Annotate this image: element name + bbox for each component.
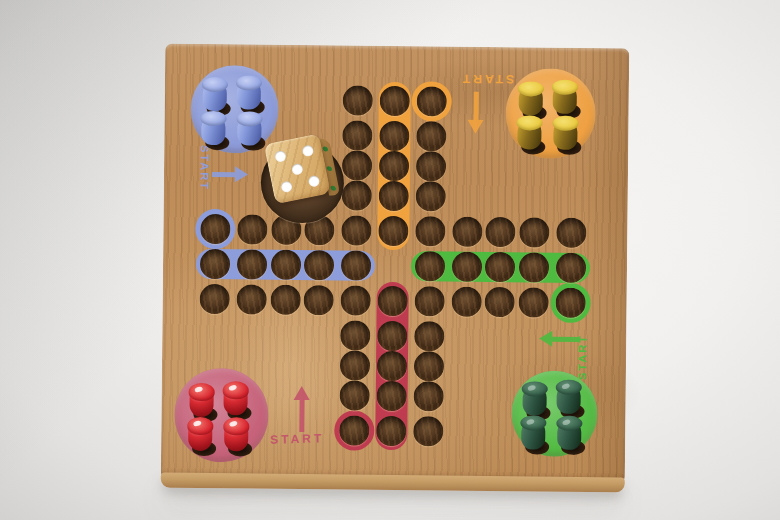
yellow-start-arrow-icon	[467, 92, 483, 136]
die-side-pip	[322, 147, 328, 152]
track-hole-r8c5[interactable]	[340, 320, 370, 350]
track-hole-r5c5[interactable]	[341, 215, 371, 245]
photo-background: START START START START	[0, 0, 780, 520]
die-side-pip	[330, 185, 336, 190]
track-hole-r7c7[interactable]	[414, 286, 444, 316]
track-hole-r6c8[interactable]	[452, 252, 482, 282]
track-hole-r7c10[interactable]	[519, 287, 549, 317]
track-hole-r5c1[interactable]	[200, 214, 230, 244]
track-hole-r6c11[interactable]	[556, 253, 586, 283]
die-pip	[291, 162, 304, 175]
die-pip	[274, 150, 287, 163]
yellow-start-label: START	[448, 72, 526, 87]
track-hole-r6c7[interactable]	[415, 251, 445, 281]
track-hole-r9c6[interactable]	[377, 351, 407, 381]
board-face: START START START START	[161, 44, 629, 481]
blue-peg-4[interactable]	[234, 111, 264, 153]
track-hole-r7c8[interactable]	[451, 287, 481, 317]
track-hole-r3c7[interactable]	[416, 151, 446, 181]
track-hole-r4c7[interactable]	[415, 181, 445, 211]
yellow-peg-4[interactable]	[550, 116, 580, 158]
die-pip	[301, 145, 314, 158]
track-hole-r7c6[interactable]	[377, 286, 407, 316]
track-hole-r7c9[interactable]	[485, 287, 515, 317]
track-hole-r2c7[interactable]	[416, 121, 446, 151]
track-hole-r7c1[interactable]	[200, 284, 230, 314]
track-hole-r10c5[interactable]	[340, 380, 370, 410]
track-hole-r8c6[interactable]	[377, 321, 407, 351]
track-hole-r8c7[interactable]	[414, 321, 444, 351]
blue-start-label: START	[194, 145, 212, 215]
track-hole-r5c6[interactable]	[378, 216, 408, 246]
track-hole-r1c5[interactable]	[343, 85, 373, 115]
track-hole-r5c8[interactable]	[452, 217, 482, 247]
track-hole-r5c11[interactable]	[556, 218, 586, 248]
green-peg-4[interactable]	[554, 416, 584, 458]
track-hole-r2c6[interactable]	[379, 121, 409, 151]
die-side-pip	[326, 166, 332, 171]
track-hole-r7c4[interactable]	[304, 285, 334, 315]
track-hole-r4c5[interactable]	[342, 180, 372, 210]
red-peg-4[interactable]	[221, 417, 251, 459]
ludo-board: START START START START	[161, 44, 630, 493]
track-hole-r7c3[interactable]	[270, 285, 300, 315]
track-hole-r10c7[interactable]	[413, 381, 443, 411]
track-hole-r9c5[interactable]	[340, 350, 370, 380]
green-peg-3[interactable]	[518, 415, 548, 457]
red-start-arrow-icon	[293, 386, 310, 436]
track-hole-r5c2[interactable]	[237, 214, 267, 244]
track-hole-r10c6[interactable]	[376, 381, 406, 411]
track-hole-r6c3[interactable]	[270, 250, 300, 280]
track-hole-r3c6[interactable]	[379, 151, 409, 181]
die-pip	[280, 180, 293, 193]
track-hole-r6c2[interactable]	[237, 249, 267, 279]
track-hole-r11c7[interactable]	[413, 416, 443, 446]
track-hole-r5c10[interactable]	[519, 217, 549, 247]
track-hole-r2c5[interactable]	[342, 120, 372, 150]
track-hole-r3c5[interactable]	[342, 150, 372, 180]
track-hole-r4c6[interactable]	[379, 181, 409, 211]
die[interactable]	[264, 131, 344, 213]
track-hole-r11c6[interactable]	[376, 416, 406, 446]
track-hole-r1c6[interactable]	[380, 86, 410, 116]
die-pip	[307, 175, 320, 188]
track-hole-r5c9[interactable]	[486, 217, 516, 247]
track-hole-r5c7[interactable]	[415, 216, 445, 246]
red-peg-3[interactable]	[185, 417, 215, 459]
blue-peg-3[interactable]	[198, 111, 228, 153]
die-top-face	[264, 133, 331, 204]
green-start-arrow-icon	[539, 331, 581, 347]
blue-start-arrow-icon	[212, 166, 248, 182]
yellow-peg-3[interactable]	[514, 115, 544, 157]
track-hole-r9c7[interactable]	[414, 351, 444, 381]
green-start-label: START	[576, 314, 594, 380]
track-hole-r1c7[interactable]	[416, 86, 446, 116]
track-hole-r7c2[interactable]	[236, 284, 266, 314]
track-hole-r7c5[interactable]	[341, 285, 371, 315]
track-hole-r6c1[interactable]	[200, 249, 230, 279]
